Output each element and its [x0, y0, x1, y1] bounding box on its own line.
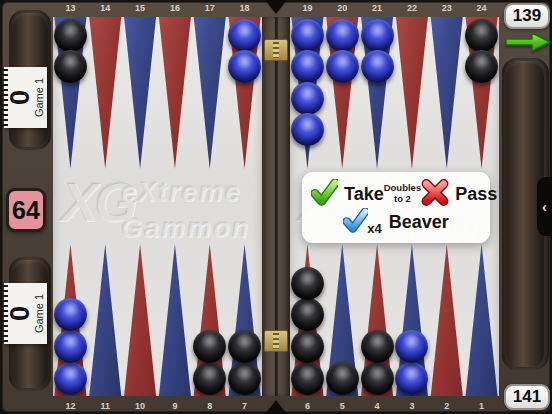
point-number-6: 6 [290, 399, 325, 413]
board-left-half: XG eXtreme Gammon [53, 17, 262, 396]
point-10[interactable] [123, 244, 158, 396]
point-number-16: 16 [157, 1, 192, 15]
blue-checker-point-20[interactable] [326, 50, 359, 83]
blue-checker-point-19[interactable] [291, 113, 324, 146]
chevron-left-icon[interactable]: ‹ [537, 177, 552, 236]
point-number-8: 8 [192, 399, 227, 413]
point-number-9: 9 [157, 399, 192, 413]
point-number-13: 13 [53, 1, 88, 15]
point-11[interactable] [88, 244, 123, 396]
pip-count-bottom: 141 [504, 384, 550, 410]
black-checker-point-7[interactable] [228, 330, 261, 363]
pass-label: Pass [455, 184, 497, 205]
take-label: Take [344, 184, 384, 205]
point-number-24: 24 [464, 1, 499, 15]
blue-checker-point-12[interactable] [54, 330, 87, 363]
point-number-18: 18 [227, 1, 262, 15]
point-number-10: 10 [123, 399, 158, 413]
point-number-2: 2 [429, 399, 464, 413]
blue-checker-point-21[interactable] [361, 50, 394, 83]
doubles-info: Doubles to 2 [384, 183, 421, 205]
blue-checker-point-18[interactable] [228, 50, 261, 83]
black-checker-point-6[interactable] [291, 330, 324, 363]
point-number-14: 14 [88, 1, 123, 15]
take-button[interactable]: Take [311, 179, 384, 210]
point-9[interactable] [158, 244, 193, 396]
black-checker-point-8[interactable] [193, 362, 226, 395]
black-checker-point-13[interactable] [54, 19, 87, 52]
point-number-21: 21 [360, 1, 395, 15]
blue-checker-point-21[interactable] [361, 19, 394, 52]
point-15[interactable] [123, 17, 158, 169]
black-checker-point-4[interactable] [361, 330, 394, 363]
black-checker-point-13[interactable] [54, 50, 87, 83]
black-checker-point-24[interactable] [465, 50, 498, 83]
watermark-word: Gammon [121, 213, 250, 244]
point-number-4: 4 [360, 399, 395, 413]
direction-arrow-icon [505, 30, 552, 54]
point-number-17: 17 [192, 1, 227, 15]
blue-checker-point-20[interactable] [326, 19, 359, 52]
black-checker-point-8[interactable] [193, 330, 226, 363]
score-game-label-bottom: Game 1 [33, 294, 45, 333]
point-number-3: 3 [394, 399, 429, 413]
score-value-bottom: 0 [7, 306, 33, 321]
green-check-icon [311, 179, 338, 210]
black-checker-point-5[interactable] [326, 362, 359, 395]
black-checker-point-4[interactable] [361, 362, 394, 395]
blue-checker-point-19[interactable] [291, 50, 324, 83]
watermark-word: eXtreme [121, 177, 242, 208]
point-14[interactable] [88, 17, 123, 169]
score-pad-bottom: 0 Game 1 [4, 283, 47, 344]
blue-checker-point-19[interactable] [291, 19, 324, 52]
black-checker-point-6[interactable] [291, 267, 324, 300]
extreme-gammon-window: 131415161718 192021222324 121110987 6543… [0, 0, 552, 414]
point-number-5: 5 [325, 399, 360, 413]
black-checker-point-6[interactable] [291, 362, 324, 395]
beaver-button[interactable]: x4 Beaver [343, 208, 449, 237]
hinge-icon [264, 39, 288, 61]
point-number-11: 11 [88, 399, 123, 413]
blue-checker-point-18[interactable] [228, 19, 261, 52]
cube-decision-dialog: Take Doubles to 2 Pass [302, 172, 490, 243]
point-number-7: 7 [227, 399, 262, 413]
blue-checker-point-12[interactable] [54, 298, 87, 331]
point-number-19: 19 [290, 1, 325, 15]
point-numbers-top-left: 131415161718 [53, 1, 262, 15]
point-numbers-bottom-left: 121110987 [53, 399, 262, 413]
score-value-top: 0 [7, 90, 33, 105]
beaver-label: Beaver [389, 212, 449, 233]
center-bar [262, 17, 290, 396]
point-16[interactable] [158, 17, 193, 169]
blue-checker-point-12[interactable] [54, 362, 87, 395]
beaver-multiplier: x4 [367, 221, 381, 236]
point-22[interactable] [395, 17, 430, 169]
black-checker-point-24[interactable] [465, 19, 498, 52]
point-numbers-bottom-right: 654321 [290, 399, 499, 413]
point-number-20: 20 [325, 1, 360, 15]
point-1[interactable] [464, 244, 499, 396]
watermark-monogram: XG [61, 169, 134, 234]
score-game-label-top: Game 1 [33, 78, 45, 117]
point-2[interactable] [429, 244, 464, 396]
pip-count-top: 139 [504, 3, 550, 29]
point-number-22: 22 [394, 1, 429, 15]
blue-checker-point-19[interactable] [291, 82, 324, 115]
point-17[interactable] [192, 17, 227, 169]
black-checker-point-6[interactable] [291, 298, 324, 331]
point-number-15: 15 [123, 1, 158, 15]
black-checker-point-7[interactable] [228, 362, 261, 395]
point-number-23: 23 [429, 1, 464, 15]
point-number-12: 12 [53, 399, 88, 413]
point-number-1: 1 [464, 399, 499, 413]
hinge-icon [264, 330, 288, 352]
point-23[interactable] [429, 17, 464, 169]
blue-checker-point-3[interactable] [395, 362, 428, 395]
red-x-icon [421, 179, 449, 210]
score-pad-top: 0 Game 1 [4, 67, 47, 128]
point-numbers-top-right: 192021222324 [290, 1, 499, 15]
pass-button[interactable]: Pass [421, 179, 497, 210]
blue-check-icon [343, 208, 368, 237]
doubling-cube[interactable]: 64 [6, 188, 46, 232]
